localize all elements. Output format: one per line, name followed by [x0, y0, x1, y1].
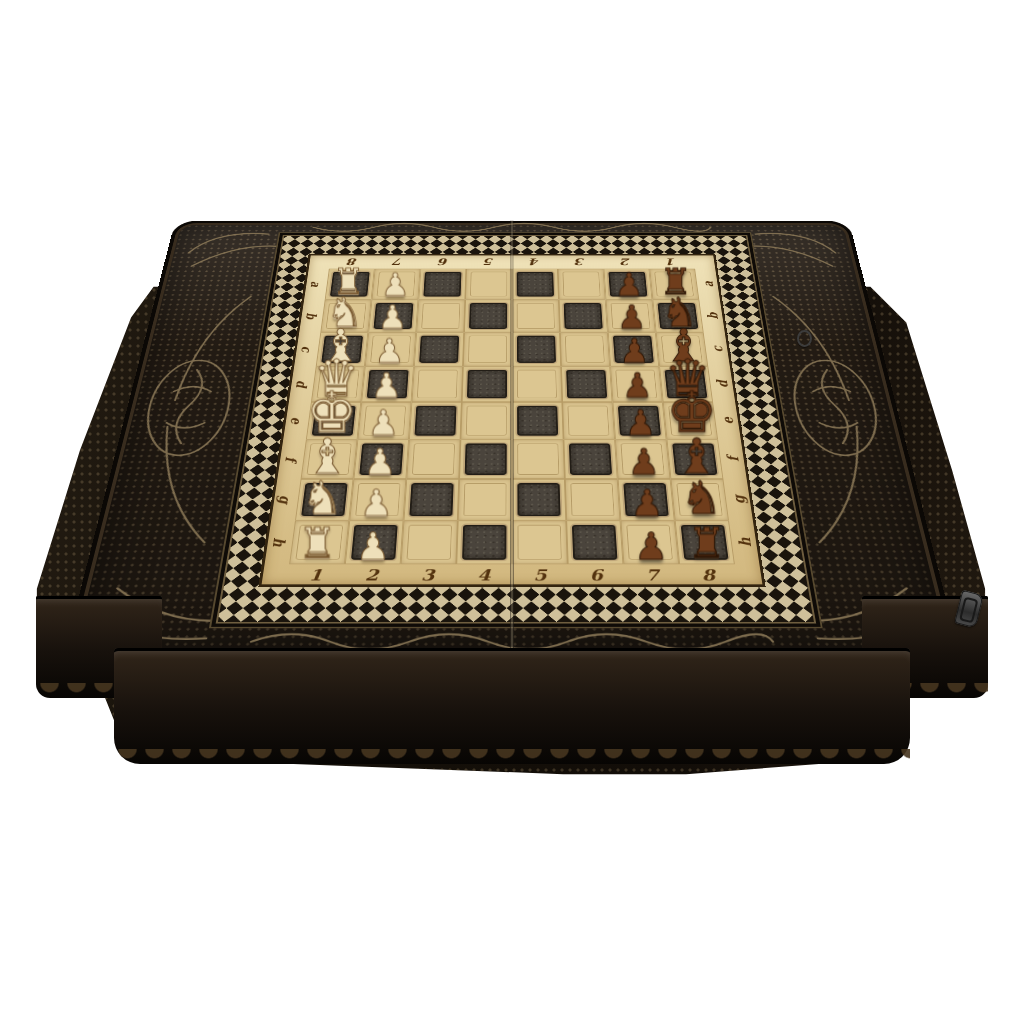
- square-e4: [460, 402, 512, 440]
- coordinate-label: 6: [568, 565, 625, 584]
- piece-white-pawn-d2: ♟: [361, 370, 411, 402]
- coordinate-label: 7: [623, 565, 681, 584]
- coordinate-label: b: [287, 309, 336, 323]
- coordinate-label: b: [688, 309, 737, 323]
- square-g5: [512, 479, 566, 521]
- coordinate-label: f: [705, 451, 760, 468]
- square-f5: [512, 440, 565, 479]
- square-d5: [512, 366, 562, 402]
- square-c4: [463, 332, 512, 366]
- square-a4: [465, 269, 512, 300]
- square-e7: ♟: [613, 402, 667, 440]
- coordinate-label: 4: [512, 255, 558, 268]
- coordinate-label: 6: [420, 255, 466, 268]
- coordinate-label: 4: [456, 565, 512, 584]
- square-g7: ♟: [618, 479, 675, 521]
- coordinate-label: e: [701, 413, 754, 429]
- square-a2: ♟: [372, 269, 421, 300]
- piece-black-pawn-g7: ♟: [620, 485, 674, 520]
- square-h7: ♟: [620, 521, 679, 565]
- square-e2: ♟: [357, 402, 411, 440]
- coordinate-label: d: [696, 376, 748, 391]
- square-d6: [561, 366, 612, 402]
- piece-black-pawn-f7: ♟: [618, 445, 671, 479]
- coordinate-label: g: [711, 491, 767, 509]
- piece-white-pawn-c2: ♟: [365, 335, 414, 367]
- square-f6: [564, 440, 618, 479]
- coordinate-label: e: [270, 413, 323, 429]
- piece-white-pawn-g2: ♟: [350, 485, 404, 520]
- square-g2: ♟: [349, 479, 406, 521]
- square-h4: [456, 521, 512, 565]
- piece-white-pawn-h2: ♟: [345, 528, 401, 564]
- coordinate-label: 5: [466, 255, 512, 268]
- square-a6: [558, 269, 606, 300]
- coordinate-label: a: [684, 278, 732, 291]
- piece-black-pawn-d7: ♟: [612, 370, 662, 402]
- coordinate-label: 5: [512, 565, 568, 584]
- square-g3: [404, 479, 460, 521]
- square-b2: ♟: [368, 300, 418, 332]
- square-b7: ♟: [606, 300, 656, 332]
- square-e3: [409, 402, 462, 440]
- square-a3: [418, 269, 466, 300]
- square-c2: ♟: [365, 332, 416, 366]
- coordinate-label: g: [257, 491, 313, 509]
- coordinate-label: a: [292, 278, 340, 291]
- product-photo: ♜♟♟♜♞♟♟♞♝♟♟♝♛♟♟♛♚♟♟♚♝♟♟♝♞♟♟♞♜♟♟♜ 1234567…: [0, 0, 1024, 1024]
- fold-seam: [510, 221, 514, 662]
- case-top-surface: ♜♟♟♜♞♟♟♞♝♟♟♝♛♟♟♛♚♟♟♚♝♟♟♝♞♟♟♞♜♟♟♜ 1234567…: [62, 221, 962, 662]
- square-f3: [406, 440, 460, 479]
- coordinate-label: c: [692, 342, 743, 356]
- piece-black-pawn-a7: ♟: [606, 270, 653, 300]
- square-h3: [401, 521, 458, 565]
- coordinate-label: 3: [399, 565, 456, 584]
- square-h2: ♟: [345, 521, 404, 565]
- square-c3: [414, 332, 464, 366]
- piece-white-pawn-e2: ♟: [358, 406, 409, 439]
- coordinate-label: 8: [679, 565, 737, 584]
- square-f4: [459, 440, 512, 479]
- coordinate-label: f: [264, 451, 319, 468]
- piece-black-pawn-h7: ♟: [623, 528, 679, 564]
- square-a7: ♟: [604, 269, 653, 300]
- coordinate-label: h: [716, 533, 774, 552]
- square-g6: [565, 479, 621, 521]
- coordinate-label: 2: [343, 565, 401, 584]
- perspective-scene: ♜♟♟♜♞♟♟♞♝♟♟♝♛♟♟♛♚♟♟♚♝♟♟♝♞♟♟♞♜♟♟♜ 1234567…: [0, 0, 1024, 1024]
- square-g4: [458, 479, 512, 521]
- square-h6: [566, 521, 623, 565]
- square-e6: [562, 402, 615, 440]
- piece-black-pawn-b7: ♟: [608, 301, 656, 332]
- piece-black-pawn-e7: ♟: [615, 406, 666, 439]
- coordinate-label: 1: [286, 565, 344, 584]
- metal-ring: [797, 330, 812, 347]
- square-a5: [512, 269, 559, 300]
- square-d2: ♟: [361, 366, 414, 402]
- square-d3: [411, 366, 462, 402]
- piece-white-pawn-b2: ♟: [368, 301, 416, 332]
- square-d7: ♟: [610, 366, 663, 402]
- square-h5: [512, 521, 568, 565]
- square-c6: [560, 332, 610, 366]
- piece-black-pawn-c7: ♟: [610, 335, 659, 367]
- coordinate-label: 3: [557, 255, 603, 268]
- square-f7: ♟: [615, 440, 670, 479]
- square-e5: [512, 402, 564, 440]
- case-front-face: [114, 648, 910, 764]
- square-f2: ♟: [353, 440, 408, 479]
- square-c5: [512, 332, 561, 366]
- piece-white-pawn-f2: ♟: [354, 445, 407, 479]
- square-d4: [462, 366, 512, 402]
- coordinate-label: c: [282, 342, 333, 356]
- square-c7: ♟: [608, 332, 659, 366]
- coordinate-label: d: [276, 376, 328, 391]
- coordinate-label: h: [251, 533, 309, 552]
- piece-white-pawn-a2: ♟: [372, 270, 419, 300]
